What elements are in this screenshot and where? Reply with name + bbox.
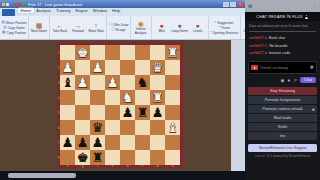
board-square-h7[interactable]: ♟ — [60, 135, 75, 150]
ribbon-button-infinite-analysis[interactable]: ◉Infinite Analysis — [132, 20, 149, 35]
ribbon-button-label: Infinite Analysis — [132, 28, 149, 35]
chess-piece-black-N[interactable]: ♞ — [135, 75, 150, 90]
ribbon-tab-row: HomeAnalysisTrainingEngineWindowHelp — [0, 8, 245, 16]
chat-username: cmfkb17 C: — [249, 44, 269, 48]
ribbon-button-new-game[interactable]: ▦New Game — [31, 22, 48, 33]
chess-piece-white-N[interactable]: ♞ — [120, 90, 135, 105]
ribbon-button-copy-game[interactable]: ▥Copy Game — [3, 26, 24, 30]
chess-piece-white-R[interactable]: ♜ — [150, 90, 165, 105]
board-square-c5[interactable]: ♜ — [135, 105, 150, 120]
board-square-d5[interactable]: ♟ — [120, 105, 135, 120]
board-square-e2[interactable] — [105, 60, 120, 75]
ribbon-button-label: Offer Draw — [113, 23, 128, 27]
ribbon-button-take-back[interactable]: ←Take Back — [52, 22, 69, 33]
ribbon-group: ▪Suggestion▪Threat▪Opening Statistics — [209, 16, 241, 39]
offer-draw-icon: ▢ — [109, 23, 112, 27]
screen: Fritz 17 - Live game broadcast – □ × Hom… — [0, 0, 320, 180]
board-square-f6[interactable]: ♛ — [90, 120, 105, 135]
chat-popout-button[interactable]: Chat — [300, 77, 316, 83]
board-square-c2[interactable] — [135, 60, 150, 75]
board-square-c1[interactable] — [135, 45, 150, 60]
tab-help[interactable]: Help — [110, 8, 123, 13]
chess-piece-white-P[interactable]: ♟ — [60, 60, 75, 75]
chat-message: cmfkb17 C: No locande — [245, 42, 320, 50]
ribbon-button-blitz[interactable]: ●Blitz — [153, 22, 170, 33]
board-square-a7[interactable] — [165, 135, 180, 150]
board-square-b2[interactable]: ♛ — [150, 60, 165, 75]
chess-piece-black-P[interactable]: ♟ — [150, 105, 165, 120]
board-square-h1[interactable] — [60, 45, 75, 60]
ribbon-button-label: Long Game — [171, 30, 188, 33]
file-label: a — [165, 165, 180, 169]
board-square-g3[interactable]: ♟ — [75, 75, 90, 90]
board-square-c8[interactable] — [135, 150, 150, 165]
ribbon: ▤Share Position▥Copy Game▦Copy Position▦… — [0, 16, 245, 40]
ribbon-button-opening-statistics[interactable]: ▪Opening Statistics — [210, 31, 238, 35]
board-square-e4[interactable] — [105, 90, 120, 105]
ribbon-button-label: Take Back — [53, 30, 68, 33]
window-controls: – □ × — [223, 2, 243, 7]
board-square-a6[interactable]: ♝ — [165, 120, 180, 135]
board-square-h2[interactable]: ♟ — [60, 60, 75, 75]
virtual-camera-gear-icon[interactable]: ✱ — [312, 107, 315, 112]
board-square-e8[interactable] — [105, 150, 120, 165]
chat-input[interactable]: Trimite un mesaj ✱ — [248, 61, 317, 74]
share-position-icon: ▤ — [2, 21, 5, 25]
ribbon-button-label: Threat — [221, 26, 230, 30]
ribbon-button-label: New Game — [31, 30, 47, 33]
board-square-g8[interactable]: ♚ — [75, 150, 90, 165]
board-square-d3[interactable] — [120, 75, 135, 90]
file-labels: hgfedcba — [60, 165, 180, 169]
chess-piece-white-Q[interactable]: ♛ — [150, 60, 165, 75]
suggestion-icon: ▪ — [215, 21, 216, 25]
board-square-d8[interactable] — [120, 150, 135, 165]
tab-training[interactable]: Training — [54, 8, 73, 13]
board-square-g2[interactable] — [75, 60, 90, 75]
chess-piece-black-R[interactable]: ♜ — [135, 105, 150, 120]
chess-piece-black-K[interactable]: ♚ — [75, 150, 90, 165]
obs-dock: ⊞ ⋮ CHAT REDARE ÎN FLUX Doar cei abonați… — [245, 0, 320, 180]
chess-piece-white-R[interactable]: ♜ — [165, 45, 180, 60]
opening-statistics-icon: ▪ — [210, 31, 211, 35]
board-square-f1[interactable] — [90, 45, 105, 60]
chat-input-placeholder: Trimite un mesaj — [260, 66, 308, 70]
chess-piece-black-B[interactable]: ♝ — [60, 75, 75, 90]
obs-button-ieși[interactable]: Ieși — [248, 132, 317, 140]
open-icon[interactable] — [6, 3, 9, 6]
ribbon-button-long-game[interactable]: ●Long Game — [171, 22, 188, 33]
close-button[interactable]: × — [237, 2, 243, 7]
board-square-g5[interactable] — [75, 105, 90, 120]
ribbon-button-label: Copy Game — [8, 26, 25, 30]
board-square-a5[interactable] — [165, 105, 180, 120]
board-square-g6[interactable] — [75, 120, 90, 135]
board-square-e6[interactable] — [105, 120, 120, 135]
window-side-pane — [231, 40, 245, 171]
chat-message-text: Bask chat — [269, 36, 285, 40]
board-square-e1[interactable] — [105, 45, 120, 60]
board-square-h3[interactable]: ♝ — [60, 75, 75, 90]
tab-window[interactable]: Window — [90, 8, 109, 13]
obs-button-pornește-camera-virtuală[interactable]: Pornește camera virtuală✱ — [248, 105, 317, 113]
chess-piece-white-K[interactable]: ♚ — [75, 45, 90, 60]
taskbar — [0, 171, 245, 180]
ribbon-button-label: Opening Statistics — [212, 31, 238, 35]
ribbon-group: ▤Share Position▥Copy Game▦Copy Position — [0, 16, 29, 39]
chat-divider — [249, 31, 316, 32]
dock-menu-icon[interactable]: ⋮ — [312, 3, 317, 9]
application-menu-button[interactable] — [2, 9, 15, 16]
chess-board: 12345678 ♚♜♟♟♛♝♟♟♞♞♜♟♜♟♛♝♟♟♟♚♜ hgfedcba — [57, 42, 183, 168]
board-square-b8[interactable] — [150, 150, 165, 165]
ribbon-button-share-position[interactable]: ▤Share Position — [2, 21, 27, 25]
board-icon[interactable] — [14, 3, 17, 6]
chess-piece-black-P[interactable]: ♟ — [75, 135, 90, 150]
resign-icon: ▢ — [111, 28, 114, 32]
minimize-button[interactable]: – — [223, 2, 229, 7]
ribbon-button-label: Forward — [72, 30, 84, 33]
chess-piece-white-P[interactable]: ♟ — [75, 75, 90, 90]
board-square-f2[interactable]: ♟ — [90, 60, 105, 75]
file-label: g — [75, 165, 90, 169]
ribbon-group: ◉Infinite Analysis — [131, 16, 152, 39]
ribbon-button-copy-position[interactable]: ▦Copy Position — [2, 31, 26, 35]
threat-icon: ▪ — [218, 26, 219, 30]
ribbon-button-move-now[interactable]: ↑Move Now — [88, 22, 105, 33]
board-square-g1[interactable]: ♚ — [75, 45, 90, 60]
chat-message-text: lovense code — [269, 51, 290, 55]
board-square-b4[interactable]: ♜ — [150, 90, 165, 105]
board-square-f4[interactable] — [90, 90, 105, 105]
chess-piece-black-P[interactable]: ♟ — [90, 135, 105, 150]
chat-notice: Doar cei abonați pot scrie în acest chat — [245, 21, 320, 29]
dock-grid-icon[interactable]: ⊞ — [248, 3, 252, 9]
chat-header-title: CHAT REDARE ÎN FLUX — [256, 15, 302, 19]
chat-header: CHAT REDARE ÎN FLUX — [245, 12, 320, 21]
ribbon-button-threat[interactable]: ▪Threat — [218, 26, 229, 30]
obs-button-pornește-înregistrarea[interactable]: Pornește înregistrarea — [248, 96, 317, 104]
board-square-b7[interactable] — [150, 135, 165, 150]
ribbon-group: ●Blitz●Long Game●Levels — [152, 16, 209, 39]
board-square-b6[interactable] — [150, 120, 165, 135]
chat-message-text: No locande — [269, 44, 287, 48]
board-square-d7[interactable] — [120, 135, 135, 150]
new-icon[interactable] — [2, 3, 5, 6]
ribbon-button-label: Share Position — [6, 21, 27, 25]
board-square-b5[interactable]: ♟ — [150, 105, 165, 120]
file-label: h — [60, 165, 75, 169]
tab-home[interactable]: Home — [18, 8, 34, 13]
board-square-a3[interactable] — [165, 75, 180, 90]
obs-button-setări[interactable]: Setări — [248, 123, 317, 131]
ribbon-button-label: Blitz — [159, 30, 165, 33]
maximize-button[interactable]: □ — [230, 2, 236, 7]
chess-piece-black-P[interactable]: ♟ — [120, 105, 135, 120]
chess-piece-white-P[interactable]: ♟ — [90, 60, 105, 75]
board-square-f8[interactable]: ♜ — [90, 150, 105, 165]
board-square-e3[interactable]: ♟ — [105, 75, 120, 90]
support-button[interactable]: StreamElements Live Support — [248, 144, 317, 152]
youtube-icon — [251, 65, 258, 70]
chat-message: cmfkb17 b: lovense code — [245, 50, 320, 58]
chat-toolbar-icon[interactable]: ↗ — [293, 78, 297, 83]
board-square-f7[interactable]: ♟ — [90, 135, 105, 150]
ribbon-button-suggestion[interactable]: ▪Suggestion — [215, 21, 233, 25]
board-square-a8[interactable] — [165, 150, 180, 165]
chat-toolbar-icon[interactable]: ♥ — [288, 78, 291, 83]
file-label: f — [90, 165, 105, 169]
ribbon-button-levels[interactable]: ●Levels — [189, 22, 206, 33]
board-square-a2[interactable] — [165, 60, 180, 75]
board-square-h4[interactable] — [60, 90, 75, 105]
obs-button-mod-studio[interactable]: Mod studio — [248, 114, 317, 122]
board-square-c4[interactable] — [135, 90, 150, 105]
tab-engine[interactable]: Engine — [73, 8, 90, 13]
ribbon-button-label: Levels — [193, 30, 202, 33]
board-square-e7[interactable] — [105, 135, 120, 150]
board-square-a4[interactable] — [165, 90, 180, 105]
ribbon-button-forward[interactable]: →Forward — [70, 22, 87, 33]
chat-message: cmfkb17 b: Bask chat — [245, 34, 320, 42]
file-label: d — [120, 165, 135, 169]
chat-username: cmfkb17 b: — [249, 36, 269, 40]
obs-button-stop-streaming[interactable]: Stop Streaming — [248, 87, 317, 95]
obs-footer-text: Live ver. 24.1 powered by StreamElements — [245, 153, 320, 158]
board-square-c6[interactable] — [135, 120, 150, 135]
board-square-h8[interactable] — [60, 150, 75, 165]
board-square-d6[interactable] — [120, 120, 135, 135]
board-grid[interactable]: ♚♜♟♟♛♝♟♟♞♞♜♟♜♟♛♝♟♟♟♚♜ — [60, 45, 180, 165]
tab-analysis[interactable]: Analysis — [34, 8, 54, 13]
board-square-d2[interactable] — [120, 60, 135, 75]
ribbon-button-label: Move Now — [89, 30, 104, 33]
board-square-g7[interactable]: ♟ — [75, 135, 90, 150]
ribbon-button-label: Resign — [116, 28, 126, 32]
taskbar-item[interactable] — [8, 173, 76, 178]
board-square-d1[interactable] — [120, 45, 135, 60]
viewers-icon[interactable] — [305, 15, 309, 19]
chess-piece-black-R[interactable]: ♜ — [90, 150, 105, 165]
board-square-d4[interactable]: ♞ — [120, 90, 135, 105]
board-square-b3[interactable] — [150, 75, 165, 90]
file-label: b — [150, 165, 165, 169]
board-square-a1[interactable]: ♜ — [165, 45, 180, 60]
chat-settings-gear-icon[interactable]: ✱ — [310, 65, 314, 70]
board-square-e5[interactable] — [105, 105, 120, 120]
board-square-g4[interactable] — [75, 90, 90, 105]
board-square-c3[interactable]: ♞ — [135, 75, 150, 90]
ribbon-button-resign[interactable]: ▢Resign — [111, 28, 125, 32]
ribbon-button-label: Suggestion — [217, 21, 233, 25]
obs-control-buttons: Stop StreamingPornește înregistrareaPorn… — [245, 85, 320, 140]
file-label: c — [135, 165, 150, 169]
chat-toolbar: ◉♥↗Chat — [245, 74, 320, 85]
chat-username: cmfkb17 b: — [249, 51, 269, 55]
board-square-f3[interactable] — [90, 75, 105, 90]
obs-dock-titlebar: ⊞ ⋮ — [245, 0, 320, 12]
board-square-f5[interactable] — [90, 105, 105, 120]
ribbon-button-label: Copy Position — [6, 31, 26, 35]
save-icon[interactable] — [10, 3, 13, 6]
board-square-h6[interactable] — [60, 120, 75, 135]
chat-toolbar-icon[interactable]: ◉ — [281, 78, 285, 83]
copy-game-icon: ▥ — [3, 26, 6, 30]
board-square-c7[interactable] — [135, 135, 150, 150]
ribbon-group: ▦New Game — [29, 16, 50, 39]
ribbon-group: ←Take Back→Forward↑Move Now — [50, 16, 107, 39]
chat-message-list: cmfkb17 b: Bask chatcmfkb17 C: No locand… — [245, 33, 320, 58]
chess-piece-black-Q[interactable]: ♛ — [90, 120, 105, 135]
chess-piece-white-P[interactable]: ♟ — [105, 75, 120, 90]
ribbon-group: ▢Offer Draw▢Resign — [107, 16, 131, 39]
chess-piece-white-B[interactable]: ♝ — [165, 120, 180, 135]
board-square-b1[interactable] — [150, 45, 165, 60]
copy-position-icon: ▦ — [2, 31, 5, 35]
file-label: e — [105, 165, 120, 169]
chess-piece-black-P[interactable]: ♟ — [60, 135, 75, 150]
board-square-h5[interactable] — [60, 105, 75, 120]
fritz-window: Fritz 17 - Live game broadcast – □ × Hom… — [0, 0, 245, 171]
